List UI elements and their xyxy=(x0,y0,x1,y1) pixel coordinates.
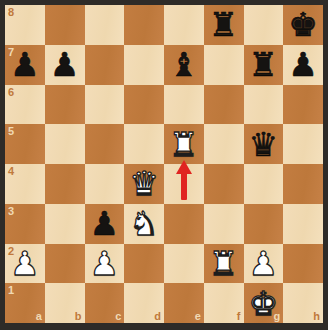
black-pawn[interactable]: ♟ xyxy=(85,204,125,244)
square-d7[interactable] xyxy=(124,45,164,85)
square-a4[interactable]: 4 xyxy=(5,164,45,204)
square-h5[interactable] xyxy=(283,124,323,164)
square-f8[interactable]: ♜ xyxy=(204,5,244,45)
move-arrow-shaft xyxy=(181,173,187,200)
rank-label-4: 4 xyxy=(8,166,14,177)
square-e1[interactable]: e xyxy=(164,283,204,323)
square-b2[interactable] xyxy=(45,244,85,284)
square-a8[interactable]: 8 xyxy=(5,5,45,45)
square-f3[interactable] xyxy=(204,204,244,244)
file-label-b: b xyxy=(75,311,82,322)
square-h6[interactable] xyxy=(283,85,323,125)
white-pawn[interactable]: ♟ xyxy=(85,244,125,284)
square-c4[interactable] xyxy=(85,164,125,204)
square-g8[interactable] xyxy=(244,5,284,45)
square-g6[interactable] xyxy=(244,85,284,125)
square-c1[interactable]: c xyxy=(85,283,125,323)
white-rook[interactable]: ♜ xyxy=(204,244,244,284)
square-e3[interactable] xyxy=(164,204,204,244)
square-h8[interactable]: ♚ xyxy=(283,5,323,45)
square-h2[interactable] xyxy=(283,244,323,284)
square-b1[interactable]: b xyxy=(45,283,85,323)
white-knight[interactable]: ♞ xyxy=(124,204,164,244)
chess-board: 8♜♚♟7♟♝♜♟65♜♛4♛3♟♞♟2♟♜♟1abcdef♚gh xyxy=(5,5,323,323)
square-d6[interactable] xyxy=(124,85,164,125)
file-label-h: h xyxy=(313,311,320,322)
square-d1[interactable]: d xyxy=(124,283,164,323)
rank-label-5: 5 xyxy=(8,126,14,137)
square-d3[interactable]: ♞ xyxy=(124,204,164,244)
square-h1[interactable]: h xyxy=(283,283,323,323)
square-g2[interactable]: ♟ xyxy=(244,244,284,284)
square-g5[interactable]: ♛ xyxy=(244,124,284,164)
square-c5[interactable] xyxy=(85,124,125,164)
square-c2[interactable]: ♟ xyxy=(85,244,125,284)
square-d4[interactable]: ♛ xyxy=(124,164,164,204)
square-d5[interactable] xyxy=(124,124,164,164)
rank-label-1: 1 xyxy=(8,285,14,296)
rank-label-8: 8 xyxy=(8,7,14,18)
black-pawn[interactable]: ♟ xyxy=(283,45,323,85)
square-a1[interactable]: 1a xyxy=(5,283,45,323)
black-rook[interactable]: ♜ xyxy=(204,5,244,45)
board-frame: 8♜♚♟7♟♝♜♟65♜♛4♛3♟♞♟2♟♜♟1abcdef♚gh xyxy=(0,0,328,330)
square-e6[interactable] xyxy=(164,85,204,125)
square-g4[interactable] xyxy=(244,164,284,204)
square-b7[interactable]: ♟ xyxy=(45,45,85,85)
square-g1[interactable]: ♚g xyxy=(244,283,284,323)
square-e8[interactable] xyxy=(164,5,204,45)
square-f5[interactable] xyxy=(204,124,244,164)
square-a6[interactable]: 6 xyxy=(5,85,45,125)
black-king[interactable]: ♚ xyxy=(283,5,323,45)
square-c3[interactable]: ♟ xyxy=(85,204,125,244)
square-d2[interactable] xyxy=(124,244,164,284)
file-label-a: a xyxy=(36,311,42,322)
square-d8[interactable] xyxy=(124,5,164,45)
square-b5[interactable] xyxy=(45,124,85,164)
square-h4[interactable] xyxy=(283,164,323,204)
white-king[interactable]: ♚ xyxy=(244,283,284,323)
white-rook[interactable]: ♜ xyxy=(164,124,204,164)
square-a2[interactable]: ♟2 xyxy=(5,244,45,284)
white-pawn[interactable]: ♟ xyxy=(5,244,45,284)
square-f6[interactable] xyxy=(204,85,244,125)
square-c8[interactable] xyxy=(85,5,125,45)
square-a3[interactable]: 3 xyxy=(5,204,45,244)
file-label-f: f xyxy=(237,311,241,322)
rank-label-6: 6 xyxy=(8,87,14,98)
square-g3[interactable] xyxy=(244,204,284,244)
file-label-e: e xyxy=(195,311,201,322)
square-g7[interactable]: ♜ xyxy=(244,45,284,85)
square-e7[interactable]: ♝ xyxy=(164,45,204,85)
black-queen[interactable]: ♛ xyxy=(244,124,284,164)
square-e2[interactable] xyxy=(164,244,204,284)
black-pawn[interactable]: ♟ xyxy=(5,45,45,85)
square-b6[interactable] xyxy=(45,85,85,125)
white-pawn[interactable]: ♟ xyxy=(244,244,284,284)
square-h3[interactable] xyxy=(283,204,323,244)
square-c6[interactable] xyxy=(85,85,125,125)
black-bishop[interactable]: ♝ xyxy=(164,45,204,85)
square-f1[interactable]: f xyxy=(204,283,244,323)
square-a5[interactable]: 5 xyxy=(5,124,45,164)
move-arrow-head xyxy=(176,160,192,174)
rank-label-3: 3 xyxy=(8,206,14,217)
white-queen[interactable]: ♛ xyxy=(124,164,164,204)
square-b4[interactable] xyxy=(45,164,85,204)
square-e5[interactable]: ♜ xyxy=(164,124,204,164)
square-b3[interactable] xyxy=(45,204,85,244)
square-f4[interactable] xyxy=(204,164,244,204)
square-h7[interactable]: ♟ xyxy=(283,45,323,85)
square-b8[interactable] xyxy=(45,5,85,45)
file-label-c: c xyxy=(115,311,121,322)
square-f7[interactable] xyxy=(204,45,244,85)
square-f2[interactable]: ♜ xyxy=(204,244,244,284)
square-a7[interactable]: ♟7 xyxy=(5,45,45,85)
black-rook[interactable]: ♜ xyxy=(244,45,284,85)
black-pawn[interactable]: ♟ xyxy=(45,45,85,85)
square-c7[interactable] xyxy=(85,45,125,85)
file-label-d: d xyxy=(154,311,161,322)
